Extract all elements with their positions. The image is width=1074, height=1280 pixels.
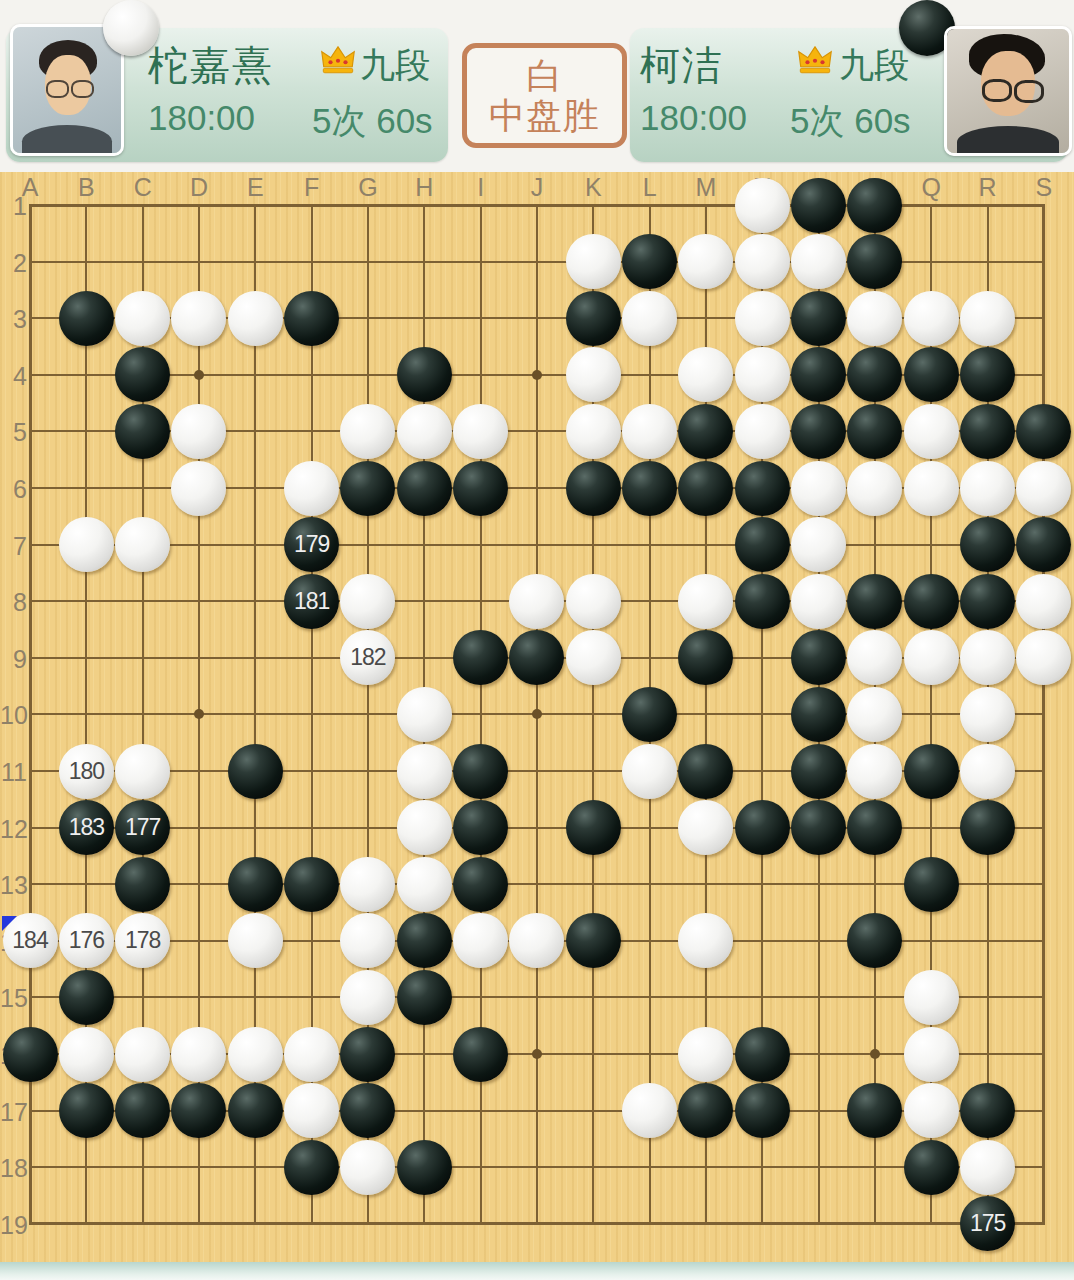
board-column-label: S bbox=[1029, 173, 1059, 202]
white-stone bbox=[340, 913, 395, 968]
black-stone bbox=[735, 574, 790, 629]
black-stone: 181 bbox=[284, 574, 339, 629]
white-player-main-time: 180:00 bbox=[148, 98, 255, 138]
star-point bbox=[532, 370, 542, 380]
game-result-badge: 白 中盘胜 bbox=[462, 43, 627, 148]
white-stone bbox=[566, 234, 621, 289]
white-stone bbox=[397, 800, 452, 855]
white-stone bbox=[228, 1027, 283, 1082]
black-stone bbox=[284, 1140, 339, 1195]
white-player-byoyomi: 5次 60s bbox=[312, 98, 433, 145]
white-stone bbox=[397, 687, 452, 742]
white-stone bbox=[566, 404, 621, 459]
board-row-label: 19 bbox=[0, 1211, 27, 1240]
white-stone bbox=[397, 857, 452, 912]
black-stone bbox=[847, 1083, 902, 1138]
white-stone bbox=[678, 1027, 733, 1082]
star-point bbox=[194, 709, 204, 719]
board-row-label: 7 bbox=[0, 532, 27, 561]
white-stone bbox=[566, 630, 621, 685]
black-stone bbox=[904, 857, 959, 912]
black-stone bbox=[566, 913, 621, 968]
white-stone bbox=[960, 1140, 1015, 1195]
white-stone bbox=[115, 1027, 170, 1082]
black-stone bbox=[3, 1027, 58, 1082]
black-stone bbox=[678, 1083, 733, 1138]
board-column-label: M bbox=[691, 173, 721, 202]
board-grid-line bbox=[29, 1166, 1046, 1168]
black-stone bbox=[622, 687, 677, 742]
black-stone bbox=[228, 744, 283, 799]
board-row-label: 3 bbox=[0, 305, 27, 334]
board-row-label: 9 bbox=[0, 645, 27, 674]
white-player-name: 柁嘉熹 bbox=[148, 38, 274, 93]
white-stone bbox=[678, 800, 733, 855]
black-stone bbox=[791, 687, 846, 742]
black-stone bbox=[735, 1083, 790, 1138]
crown-icon bbox=[320, 44, 356, 76]
move-number-label: 177 bbox=[125, 814, 160, 841]
white-player-rank: 九段 bbox=[360, 42, 430, 89]
white-stone bbox=[622, 744, 677, 799]
white-stone bbox=[284, 461, 339, 516]
white-stone bbox=[453, 913, 508, 968]
black-stone: 179 bbox=[284, 517, 339, 572]
board-row-label: 2 bbox=[0, 249, 27, 278]
black-stone bbox=[566, 291, 621, 346]
white-stone bbox=[397, 404, 452, 459]
white-stone bbox=[960, 461, 1015, 516]
board-column-label: C bbox=[128, 173, 158, 202]
white-stone bbox=[678, 913, 733, 968]
footer-strip bbox=[0, 1262, 1074, 1280]
black-stone bbox=[509, 630, 564, 685]
white-stone bbox=[284, 1083, 339, 1138]
black-stone bbox=[678, 630, 733, 685]
move-number-label: 183 bbox=[69, 814, 104, 841]
white-stone bbox=[1016, 630, 1071, 685]
move-number-label: 179 bbox=[294, 531, 329, 558]
black-player-avatar bbox=[944, 26, 1072, 156]
black-stone bbox=[960, 1083, 1015, 1138]
board-row-label: 13 bbox=[0, 871, 27, 900]
black-stone bbox=[453, 1027, 508, 1082]
white-stone bbox=[340, 970, 395, 1025]
white-stone bbox=[791, 517, 846, 572]
black-stone bbox=[847, 347, 902, 402]
white-stone bbox=[453, 404, 508, 459]
black-stone bbox=[284, 291, 339, 346]
white-stone: 182 bbox=[340, 630, 395, 685]
board-column-label: H bbox=[409, 173, 439, 202]
board-row-label: 17 bbox=[0, 1098, 27, 1127]
black-stone bbox=[228, 1083, 283, 1138]
star-point bbox=[870, 1049, 880, 1059]
board-row-label: 11 bbox=[0, 758, 27, 787]
white-stone bbox=[735, 291, 790, 346]
white-stone bbox=[678, 234, 733, 289]
white-stone bbox=[566, 347, 621, 402]
black-stone bbox=[397, 1140, 452, 1195]
white-stone bbox=[904, 630, 959, 685]
white-stone bbox=[228, 913, 283, 968]
board-column-label: D bbox=[184, 173, 214, 202]
star-point bbox=[532, 709, 542, 719]
black-stone bbox=[115, 347, 170, 402]
black-stone bbox=[566, 461, 621, 516]
black-stone bbox=[904, 347, 959, 402]
move-number-label: 180 bbox=[69, 758, 104, 785]
board-grid-line bbox=[1042, 204, 1045, 1226]
white-stone bbox=[735, 404, 790, 459]
avatar-shoulders bbox=[22, 125, 113, 156]
black-stone bbox=[791, 404, 846, 459]
white-stone bbox=[847, 687, 902, 742]
black-stone bbox=[904, 574, 959, 629]
white-stone bbox=[115, 744, 170, 799]
black-stone bbox=[791, 178, 846, 233]
board-grid-line bbox=[29, 883, 1046, 885]
white-stone bbox=[904, 404, 959, 459]
black-stone: 183 bbox=[59, 800, 114, 855]
board-column-label: J bbox=[522, 173, 552, 202]
black-stone bbox=[735, 461, 790, 516]
black-stone bbox=[59, 1083, 114, 1138]
white-stone bbox=[960, 744, 1015, 799]
move-number-label: 178 bbox=[125, 927, 160, 954]
result-line1: 白 bbox=[527, 56, 563, 96]
black-player-rank: 九段 bbox=[839, 42, 909, 89]
go-board[interactable]: ABCDEFGHIJKLMNOPQRS123456789101112131415… bbox=[0, 172, 1074, 1280]
white-stone bbox=[904, 461, 959, 516]
avatar-shoulders bbox=[957, 126, 1059, 156]
black-stone bbox=[735, 800, 790, 855]
board-grid-line bbox=[29, 1222, 1046, 1225]
white-stone bbox=[59, 1027, 114, 1082]
white-stone bbox=[171, 1027, 226, 1082]
glasses-icon bbox=[46, 80, 68, 98]
white-stone bbox=[115, 517, 170, 572]
white-stone bbox=[622, 1083, 677, 1138]
star-point bbox=[194, 370, 204, 380]
white-stone bbox=[735, 234, 790, 289]
black-player-main-time: 180:00 bbox=[640, 98, 747, 138]
black-stone bbox=[622, 461, 677, 516]
black-stone bbox=[960, 800, 1015, 855]
black-stone bbox=[791, 347, 846, 402]
black-stone bbox=[904, 744, 959, 799]
move-number-label: 184 bbox=[12, 927, 47, 954]
white-stone: 180 bbox=[59, 744, 114, 799]
black-stone bbox=[847, 404, 902, 459]
white-stone bbox=[509, 913, 564, 968]
black-stone bbox=[622, 234, 677, 289]
black-stone bbox=[284, 857, 339, 912]
black-stone bbox=[228, 857, 283, 912]
black-stone bbox=[453, 857, 508, 912]
black-player-byoyomi: 5次 60s bbox=[790, 98, 911, 145]
white-stone bbox=[904, 291, 959, 346]
white-stone bbox=[228, 291, 283, 346]
white-stone bbox=[960, 687, 1015, 742]
black-stone bbox=[847, 234, 902, 289]
move-number-label: 176 bbox=[69, 927, 104, 954]
white-stone: 176 bbox=[59, 913, 114, 968]
black-stone bbox=[678, 744, 733, 799]
black-stone bbox=[453, 630, 508, 685]
white-stone: 178 bbox=[115, 913, 170, 968]
board-column-label: F bbox=[297, 173, 327, 202]
white-stone bbox=[622, 404, 677, 459]
board-row-label: 12 bbox=[0, 815, 27, 844]
white-stone bbox=[340, 857, 395, 912]
result-line2: 中盘胜 bbox=[489, 96, 600, 136]
white-stone bbox=[171, 461, 226, 516]
white-stone bbox=[847, 630, 902, 685]
white-stone bbox=[622, 291, 677, 346]
black-stone bbox=[397, 913, 452, 968]
go-kifu-viewer: 柁嘉熹 九段 180:00 5次 60s 白 中盘胜 柯洁 bbox=[0, 0, 1074, 1280]
black-stone bbox=[847, 178, 902, 233]
white-stone bbox=[678, 574, 733, 629]
black-stone bbox=[847, 574, 902, 629]
black-stone bbox=[1016, 517, 1071, 572]
white-stone bbox=[340, 1140, 395, 1195]
black-stone bbox=[847, 800, 902, 855]
board-row-label: 1 bbox=[0, 192, 27, 221]
move-number-label: 182 bbox=[350, 644, 385, 671]
black-stone bbox=[453, 800, 508, 855]
board-row-label: 8 bbox=[0, 588, 27, 617]
black-stone bbox=[960, 574, 1015, 629]
black-stone bbox=[115, 404, 170, 459]
black-player-name: 柯洁 bbox=[640, 38, 724, 93]
black-stone bbox=[397, 347, 452, 402]
black-stone bbox=[340, 1027, 395, 1082]
glasses-icon bbox=[982, 79, 1011, 102]
white-stone bbox=[847, 291, 902, 346]
white-stone bbox=[791, 574, 846, 629]
black-stone bbox=[115, 1083, 170, 1138]
white-stone bbox=[847, 744, 902, 799]
white-stone bbox=[509, 574, 564, 629]
black-stone bbox=[960, 404, 1015, 459]
white-stone bbox=[960, 291, 1015, 346]
black-stone bbox=[735, 517, 790, 572]
white-stone bbox=[791, 461, 846, 516]
white-stone bbox=[340, 404, 395, 459]
board-column-label: E bbox=[240, 173, 270, 202]
black-stone bbox=[960, 347, 1015, 402]
crown-icon bbox=[797, 44, 833, 76]
black-stone bbox=[453, 461, 508, 516]
white-stone bbox=[904, 1083, 959, 1138]
match-header: 柁嘉熹 九段 180:00 5次 60s 白 中盘胜 柯洁 bbox=[0, 0, 1074, 172]
black-stone bbox=[59, 291, 114, 346]
black-stone bbox=[115, 857, 170, 912]
board-row-label: 18 bbox=[0, 1154, 27, 1183]
white-stone bbox=[566, 574, 621, 629]
white-stone bbox=[960, 630, 1015, 685]
black-stone bbox=[59, 970, 114, 1025]
black-stone bbox=[847, 913, 902, 968]
black-stone bbox=[678, 404, 733, 459]
black-stone bbox=[453, 744, 508, 799]
board-column-label: K bbox=[578, 173, 608, 202]
white-stone bbox=[171, 291, 226, 346]
black-stone bbox=[791, 630, 846, 685]
white-stone bbox=[397, 744, 452, 799]
board-row-label: 15 bbox=[0, 984, 27, 1013]
white-stone bbox=[735, 178, 790, 233]
black-stone bbox=[397, 970, 452, 1025]
white-stone bbox=[1016, 461, 1071, 516]
white-stone bbox=[284, 1027, 339, 1082]
black-stone bbox=[791, 800, 846, 855]
board-column-label: G bbox=[353, 173, 383, 202]
black-stone bbox=[340, 1083, 395, 1138]
black-stone bbox=[678, 461, 733, 516]
white-stone bbox=[791, 234, 846, 289]
black-stone bbox=[735, 1027, 790, 1082]
black-stone bbox=[960, 517, 1015, 572]
black-stone bbox=[791, 291, 846, 346]
white-stone bbox=[340, 574, 395, 629]
white-stone bbox=[59, 517, 114, 572]
white-stone bbox=[847, 461, 902, 516]
black-stone bbox=[171, 1083, 226, 1138]
black-stone: 177 bbox=[115, 800, 170, 855]
board-row-label: 5 bbox=[0, 418, 27, 447]
board-row-label: 4 bbox=[0, 362, 27, 391]
black-stone bbox=[904, 1140, 959, 1195]
white-stone bbox=[115, 291, 170, 346]
black-stone: 175 bbox=[960, 1196, 1015, 1251]
black-stone bbox=[397, 461, 452, 516]
star-point bbox=[532, 1049, 542, 1059]
board-column-label: L bbox=[635, 173, 665, 202]
white-stone bbox=[735, 347, 790, 402]
white-stone bbox=[1016, 574, 1071, 629]
last-move-marker bbox=[2, 916, 17, 931]
board-column-label: B bbox=[71, 173, 101, 202]
board-column-label: R bbox=[973, 173, 1003, 202]
board-row-label: 6 bbox=[0, 475, 27, 504]
white-stone bbox=[904, 1027, 959, 1082]
white-stone bbox=[678, 347, 733, 402]
white-stone bbox=[171, 404, 226, 459]
black-stone bbox=[340, 461, 395, 516]
board-column-label: I bbox=[466, 173, 496, 202]
black-stone bbox=[566, 800, 621, 855]
black-stone bbox=[1016, 404, 1071, 459]
move-number-label: 175 bbox=[970, 1210, 1005, 1237]
board-row-label: 10 bbox=[0, 701, 27, 730]
black-stone bbox=[791, 744, 846, 799]
white-stone bbox=[904, 970, 959, 1025]
board-grid-line bbox=[29, 996, 1046, 998]
board-column-label: Q bbox=[916, 173, 946, 202]
move-number-label: 181 bbox=[294, 588, 329, 615]
